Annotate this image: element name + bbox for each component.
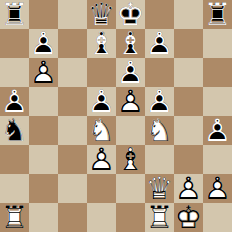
- white-pawn-icon: ♟: [174, 174, 203, 203]
- black-king-outline-icon: ♔: [116, 0, 145, 29]
- black-pawn-icon: ♟: [29, 29, 58, 58]
- square-f5[interactable]: ♟♙: [145, 87, 174, 116]
- white-knight-outline-icon: ♘: [145, 116, 174, 145]
- square-g4[interactable]: [174, 116, 203, 145]
- white-rook-a1[interactable]: ♜♖: [0, 203, 29, 232]
- square-f3[interactable]: [145, 145, 174, 174]
- black-bishop-outline-icon: ♗: [116, 29, 145, 58]
- white-pawn-outline-icon: ♙: [116, 87, 145, 116]
- white-bishop-icon: ♝: [116, 145, 145, 174]
- white-knight-d4[interactable]: ♞♘: [87, 116, 116, 145]
- square-d6[interactable]: [87, 58, 116, 87]
- black-bishop-icon: ♝: [87, 29, 116, 58]
- square-f6[interactable]: [145, 58, 174, 87]
- white-pawn-outline-icon: ♙: [87, 145, 116, 174]
- square-b7[interactable]: ♟♙: [29, 29, 58, 58]
- square-d8[interactable]: ♛♕: [87, 0, 116, 29]
- square-e7[interactable]: ♝♗: [116, 29, 145, 58]
- black-bishop-outline-icon: ♗: [87, 29, 116, 58]
- square-a4[interactable]: ♞♘: [0, 116, 29, 145]
- square-f2[interactable]: ♛♕: [145, 174, 174, 203]
- square-a6[interactable]: [0, 58, 29, 87]
- square-e2[interactable]: [116, 174, 145, 203]
- square-b4[interactable]: [29, 116, 58, 145]
- black-rook-a8[interactable]: ♜♖: [0, 0, 29, 29]
- square-d7[interactable]: ♝♗: [87, 29, 116, 58]
- white-rook-f1[interactable]: ♜♖: [145, 203, 174, 232]
- white-pawn-d3[interactable]: ♟♙: [87, 145, 116, 174]
- black-bishop-d7[interactable]: ♝♗: [87, 29, 116, 58]
- chess-board: ♜♖♛♕♚♔♜♖♟♙♝♗♝♗♟♙♟♙♟♙♟♙♟♙♟♙♟♙♞♘♞♘♞♘♟♙♟♙♝♗…: [0, 0, 232, 232]
- black-king-e8[interactable]: ♚♔: [116, 0, 145, 29]
- white-rook-outline-icon: ♖: [145, 203, 174, 232]
- black-pawn-icon: ♟: [203, 116, 232, 145]
- black-pawn-d5[interactable]: ♟♙: [87, 87, 116, 116]
- square-f8[interactable]: [145, 0, 174, 29]
- square-d1[interactable]: [87, 203, 116, 232]
- square-f1[interactable]: ♜♖: [145, 203, 174, 232]
- black-pawn-icon: ♟: [116, 58, 145, 87]
- square-c7[interactable]: [58, 29, 87, 58]
- square-c1[interactable]: [58, 203, 87, 232]
- white-king-g1[interactable]: ♚♔: [174, 203, 203, 232]
- square-a7[interactable]: [0, 29, 29, 58]
- square-d4[interactable]: ♞♘: [87, 116, 116, 145]
- white-knight-icon: ♞: [145, 116, 174, 145]
- white-pawn-g2[interactable]: ♟♙: [174, 174, 203, 203]
- black-knight-outline-icon: ♘: [0, 116, 29, 145]
- square-e3[interactable]: ♝♗: [116, 145, 145, 174]
- white-pawn-outline-icon: ♙: [174, 174, 203, 203]
- square-c2[interactable]: [58, 174, 87, 203]
- square-f4[interactable]: ♞♘: [145, 116, 174, 145]
- square-d3[interactable]: ♟♙: [87, 145, 116, 174]
- square-e6[interactable]: ♟♙: [116, 58, 145, 87]
- square-c5[interactable]: [58, 87, 87, 116]
- square-h6[interactable]: [203, 58, 232, 87]
- square-b8[interactable]: [29, 0, 58, 29]
- black-queen-d8[interactable]: ♛♕: [87, 0, 116, 29]
- white-pawn-h2[interactable]: ♟♙: [203, 174, 232, 203]
- square-b1[interactable]: [29, 203, 58, 232]
- square-c6[interactable]: [58, 58, 87, 87]
- square-e1[interactable]: [116, 203, 145, 232]
- white-bishop-outline-icon: ♗: [116, 145, 145, 174]
- black-pawn-h4[interactable]: ♟♙: [203, 116, 232, 145]
- square-e8[interactable]: ♚♔: [116, 0, 145, 29]
- black-pawn-f5[interactable]: ♟♙: [145, 87, 174, 116]
- square-g8[interactable]: [174, 0, 203, 29]
- white-bishop-e3[interactable]: ♝♗: [116, 145, 145, 174]
- square-h4[interactable]: ♟♙: [203, 116, 232, 145]
- square-b5[interactable]: [29, 87, 58, 116]
- black-pawn-outline-icon: ♙: [87, 87, 116, 116]
- black-pawn-icon: ♟: [145, 29, 174, 58]
- square-a8[interactable]: ♜♖: [0, 0, 29, 29]
- square-c4[interactable]: [58, 116, 87, 145]
- square-e4[interactable]: [116, 116, 145, 145]
- white-knight-outline-icon: ♘: [87, 116, 116, 145]
- square-b3[interactable]: [29, 145, 58, 174]
- black-rook-outline-icon: ♖: [0, 0, 29, 29]
- white-rook-icon: ♜: [145, 203, 174, 232]
- square-g6[interactable]: [174, 58, 203, 87]
- white-knight-icon: ♞: [87, 116, 116, 145]
- square-a2[interactable]: [0, 174, 29, 203]
- black-pawn-outline-icon: ♙: [145, 87, 174, 116]
- black-rook-icon: ♜: [0, 0, 29, 29]
- white-king-outline-icon: ♔: [174, 203, 203, 232]
- black-pawn-a5[interactable]: ♟♙: [0, 87, 29, 116]
- square-h7[interactable]: [203, 29, 232, 58]
- square-h1[interactable]: [203, 203, 232, 232]
- square-g7[interactable]: [174, 29, 203, 58]
- white-pawn-icon: ♟: [116, 87, 145, 116]
- white-pawn-outline-icon: ♙: [29, 58, 58, 87]
- black-pawn-outline-icon: ♙: [116, 58, 145, 87]
- square-c8[interactable]: [58, 0, 87, 29]
- black-pawn-e6[interactable]: ♟♙: [116, 58, 145, 87]
- white-pawn-icon: ♟: [29, 58, 58, 87]
- black-pawn-outline-icon: ♙: [29, 29, 58, 58]
- white-knight-f4[interactable]: ♞♘: [145, 116, 174, 145]
- white-pawn-outline-icon: ♙: [203, 174, 232, 203]
- white-pawn-icon: ♟: [203, 174, 232, 203]
- black-bishop-e7[interactable]: ♝♗: [116, 29, 145, 58]
- square-a5[interactable]: ♟♙: [0, 87, 29, 116]
- black-king-icon: ♚: [116, 0, 145, 29]
- black-queen-icon: ♛: [87, 0, 116, 29]
- white-pawn-b6[interactable]: ♟♙: [29, 58, 58, 87]
- black-pawn-outline-icon: ♙: [0, 87, 29, 116]
- square-b2[interactable]: [29, 174, 58, 203]
- black-pawn-icon: ♟: [87, 87, 116, 116]
- black-pawn-f7[interactable]: ♟♙: [145, 29, 174, 58]
- white-pawn-icon: ♟: [87, 145, 116, 174]
- square-g3[interactable]: [174, 145, 203, 174]
- square-d2[interactable]: [87, 174, 116, 203]
- white-queen-outline-icon: ♕: [145, 174, 174, 203]
- white-rook-outline-icon: ♖: [0, 203, 29, 232]
- square-g5[interactable]: [174, 87, 203, 116]
- black-rook-icon: ♜: [203, 0, 232, 29]
- square-a1[interactable]: ♜♖: [0, 203, 29, 232]
- square-g1[interactable]: ♚♔: [174, 203, 203, 232]
- black-queen-outline-icon: ♕: [87, 0, 116, 29]
- white-rook-icon: ♜: [0, 203, 29, 232]
- square-h8[interactable]: ♜♖: [203, 0, 232, 29]
- square-g2[interactable]: ♟♙: [174, 174, 203, 203]
- square-c3[interactable]: [58, 145, 87, 174]
- black-pawn-icon: ♟: [145, 87, 174, 116]
- black-pawn-outline-icon: ♙: [203, 116, 232, 145]
- square-h2[interactable]: ♟♙: [203, 174, 232, 203]
- white-queen-f2[interactable]: ♛♕: [145, 174, 174, 203]
- square-d5[interactable]: ♟♙: [87, 87, 116, 116]
- black-knight-icon: ♞: [0, 116, 29, 145]
- black-knight-a4[interactable]: ♞♘: [0, 116, 29, 145]
- square-h5[interactable]: [203, 87, 232, 116]
- square-e5[interactable]: ♟♙: [116, 87, 145, 116]
- white-king-icon: ♚: [174, 203, 203, 232]
- square-h3[interactable]: [203, 145, 232, 174]
- white-queen-icon: ♛: [145, 174, 174, 203]
- black-rook-h8[interactable]: ♜♖: [203, 0, 232, 29]
- white-pawn-e5[interactable]: ♟♙: [116, 87, 145, 116]
- black-pawn-icon: ♟: [0, 87, 29, 116]
- square-f7[interactable]: ♟♙: [145, 29, 174, 58]
- black-rook-outline-icon: ♖: [203, 0, 232, 29]
- square-a3[interactable]: [0, 145, 29, 174]
- black-pawn-outline-icon: ♙: [145, 29, 174, 58]
- black-bishop-icon: ♝: [116, 29, 145, 58]
- square-b6[interactable]: ♟♙: [29, 58, 58, 87]
- black-pawn-b7[interactable]: ♟♙: [29, 29, 58, 58]
